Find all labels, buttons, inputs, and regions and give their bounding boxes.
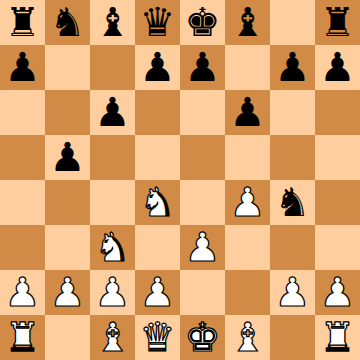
square-a4[interactable] [0,180,45,225]
piece-black-pawn: ♟ [320,45,356,90]
square-d7[interactable]: ♟ [135,45,180,90]
square-a6[interactable] [0,90,45,135]
square-e8[interactable]: ♚ [180,0,225,45]
piece-white-knight: ♞ [95,225,131,270]
chess-board: ♜♞♝♛♚♝♜♟♟♟♟♟♟♟♟♞♟♞♞♟♟♟♟♟♟♟♜♝♛♚♝♜ [0,0,360,360]
square-g4[interactable]: ♞ [270,180,315,225]
square-f7[interactable] [225,45,270,90]
square-b4[interactable] [45,180,90,225]
square-b3[interactable] [45,225,90,270]
square-d8[interactable]: ♛ [135,0,180,45]
square-g3[interactable] [270,225,315,270]
piece-black-pawn: ♟ [5,45,41,90]
square-d3[interactable] [135,225,180,270]
square-f3[interactable] [225,225,270,270]
piece-black-pawn: ♟ [50,135,86,180]
square-f2[interactable] [225,270,270,315]
piece-black-queen: ♛ [140,0,176,45]
square-h6[interactable] [315,90,360,135]
piece-white-queen: ♛ [140,315,176,360]
square-d6[interactable] [135,90,180,135]
square-a5[interactable] [0,135,45,180]
square-d1[interactable]: ♛ [135,315,180,360]
piece-white-pawn: ♟ [95,270,131,315]
square-h7[interactable]: ♟ [315,45,360,90]
square-e3[interactable]: ♟ [180,225,225,270]
piece-white-knight: ♞ [140,180,176,225]
piece-white-pawn: ♟ [230,180,266,225]
square-a3[interactable] [0,225,45,270]
square-c6[interactable]: ♟ [90,90,135,135]
square-c2[interactable]: ♟ [90,270,135,315]
square-c7[interactable] [90,45,135,90]
piece-black-bishop: ♝ [95,0,131,45]
square-c4[interactable] [90,180,135,225]
square-h1[interactable]: ♜ [315,315,360,360]
square-d2[interactable]: ♟ [135,270,180,315]
square-d4[interactable]: ♞ [135,180,180,225]
square-a1[interactable]: ♜ [0,315,45,360]
piece-black-pawn: ♟ [185,45,221,90]
square-h5[interactable] [315,135,360,180]
piece-white-pawn: ♟ [185,225,221,270]
square-e2[interactable] [180,270,225,315]
piece-white-pawn: ♟ [50,270,86,315]
square-f4[interactable]: ♟ [225,180,270,225]
piece-white-pawn: ♟ [275,270,311,315]
square-g6[interactable] [270,90,315,135]
square-e1[interactable]: ♚ [180,315,225,360]
square-h2[interactable]: ♟ [315,270,360,315]
square-h8[interactable]: ♜ [315,0,360,45]
piece-white-rook: ♜ [5,315,41,360]
square-f1[interactable]: ♝ [225,315,270,360]
square-c1[interactable]: ♝ [90,315,135,360]
square-b5[interactable]: ♟ [45,135,90,180]
piece-black-rook: ♜ [5,0,41,45]
square-b7[interactable] [45,45,90,90]
square-f8[interactable]: ♝ [225,0,270,45]
square-a7[interactable]: ♟ [0,45,45,90]
square-c5[interactable] [90,135,135,180]
square-e5[interactable] [180,135,225,180]
square-e6[interactable] [180,90,225,135]
square-e7[interactable]: ♟ [180,45,225,90]
square-b1[interactable] [45,315,90,360]
piece-black-pawn: ♟ [95,90,131,135]
square-b2[interactable]: ♟ [45,270,90,315]
square-a8[interactable]: ♜ [0,0,45,45]
piece-black-knight: ♞ [275,180,311,225]
square-h4[interactable] [315,180,360,225]
piece-white-pawn: ♟ [140,270,176,315]
square-a2[interactable]: ♟ [0,270,45,315]
piece-white-bishop: ♝ [230,315,266,360]
square-g7[interactable]: ♟ [270,45,315,90]
square-d5[interactable] [135,135,180,180]
square-c8[interactable]: ♝ [90,0,135,45]
piece-black-pawn: ♟ [275,45,311,90]
square-g2[interactable]: ♟ [270,270,315,315]
piece-black-knight: ♞ [50,0,86,45]
piece-white-pawn: ♟ [5,270,41,315]
square-e4[interactable] [180,180,225,225]
piece-black-pawn: ♟ [140,45,176,90]
piece-black-king: ♚ [185,0,221,45]
piece-white-bishop: ♝ [95,315,131,360]
piece-white-rook: ♜ [320,315,356,360]
square-g8[interactable] [270,0,315,45]
square-b8[interactable]: ♞ [45,0,90,45]
square-g5[interactable] [270,135,315,180]
square-h3[interactable] [315,225,360,270]
piece-black-pawn: ♟ [230,90,266,135]
square-g1[interactable] [270,315,315,360]
piece-black-rook: ♜ [320,0,356,45]
square-b6[interactable] [45,90,90,135]
square-c3[interactable]: ♞ [90,225,135,270]
square-f6[interactable]: ♟ [225,90,270,135]
piece-white-king: ♚ [185,315,221,360]
square-f5[interactable] [225,135,270,180]
piece-black-bishop: ♝ [230,0,266,45]
piece-white-pawn: ♟ [320,270,356,315]
